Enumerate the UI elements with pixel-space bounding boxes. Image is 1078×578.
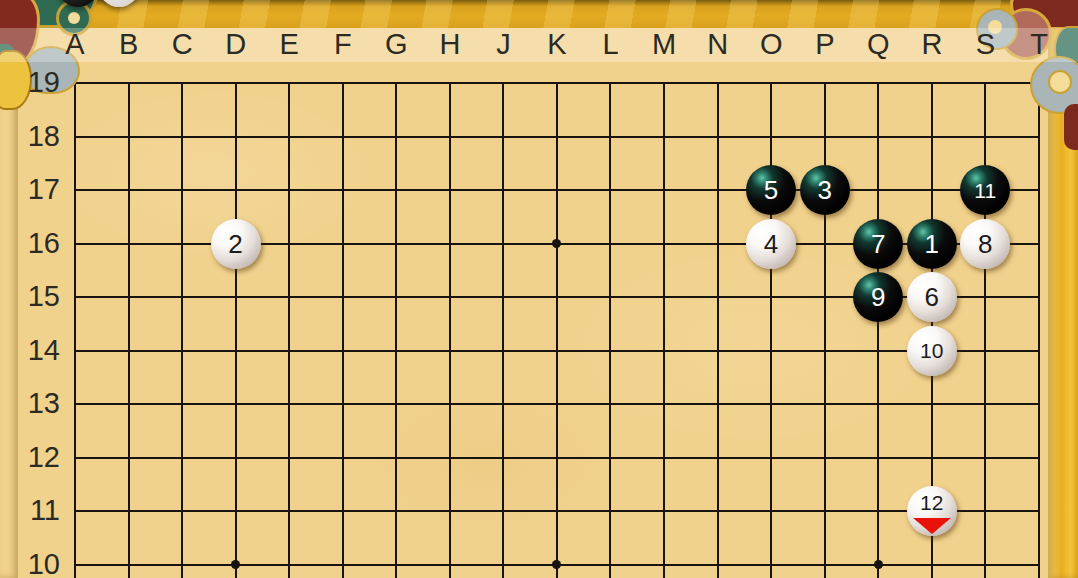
intersection-G16[interactable] — [369, 217, 423, 271]
intersection-Q17[interactable] — [851, 163, 905, 217]
intersection-Q16[interactable]: 7 — [851, 217, 905, 271]
intersection-B10[interactable] — [102, 538, 156, 578]
row-label-13: 13 — [18, 389, 60, 418]
intersection-C19[interactable] — [155, 56, 209, 110]
intersection-R14[interactable]: 10 — [905, 324, 959, 378]
move-number: 9 — [871, 284, 885, 310]
intersection-B15[interactable] — [102, 270, 156, 324]
intersection-J10[interactable] — [477, 538, 531, 578]
intersection-Q15[interactable]: 9 — [851, 270, 905, 324]
intersection-D13[interactable] — [209, 377, 263, 431]
intersection-L18[interactable] — [584, 110, 638, 164]
stone-move-11-S17[interactable]: 11 — [960, 165, 1010, 215]
row-label-18: 18 — [18, 122, 60, 151]
top-border-strip — [0, 0, 1078, 28]
intersection-D14[interactable] — [209, 324, 263, 378]
intersection-D18[interactable] — [209, 110, 263, 164]
intersection-J11[interactable] — [477, 485, 531, 539]
intersection-Q14[interactable] — [851, 324, 905, 378]
intersection-L13[interactable] — [584, 377, 638, 431]
intersection-O12[interactable] — [744, 431, 798, 485]
intersection-C10[interactable] — [155, 538, 209, 578]
intersection-E10[interactable] — [262, 538, 316, 578]
intersection-P10[interactable] — [798, 538, 852, 578]
intersection-D10[interactable] — [209, 538, 263, 578]
move-number: 8 — [978, 231, 992, 257]
intersection-R19[interactable] — [905, 56, 959, 110]
intersection-T19[interactable] — [1012, 56, 1066, 110]
row-label-12: 12 — [18, 443, 60, 472]
col-label-H: H — [430, 30, 470, 59]
intersection-P14[interactable] — [798, 324, 852, 378]
intersection-D11[interactable] — [209, 485, 263, 539]
intersection-G18[interactable] — [369, 110, 423, 164]
intersection-L15[interactable] — [584, 270, 638, 324]
intersection-B19[interactable] — [102, 56, 156, 110]
intersection-K15[interactable] — [530, 270, 584, 324]
move-number: 10 — [920, 340, 943, 361]
stone-move-12-R11[interactable]: 12 — [907, 486, 957, 536]
stone-move-6-R15[interactable]: 6 — [907, 272, 957, 322]
intersection-M14[interactable] — [637, 324, 691, 378]
intersection-J12[interactable] — [477, 431, 531, 485]
intersection-C12[interactable] — [155, 431, 209, 485]
move-number: 11 — [974, 180, 996, 201]
col-label-A: A — [55, 30, 95, 59]
intersection-F14[interactable] — [316, 324, 370, 378]
intersection-E19[interactable] — [262, 56, 316, 110]
intersection-M11[interactable] — [637, 485, 691, 539]
stone-move-4-O16[interactable]: 4 — [746, 219, 796, 269]
col-label-L: L — [591, 30, 631, 59]
intersection-P16[interactable] — [798, 217, 852, 271]
intersection-C14[interactable] — [155, 324, 209, 378]
intersection-M15[interactable] — [637, 270, 691, 324]
stone-move-8-S16[interactable]: 8 — [960, 219, 1010, 269]
intersection-D17[interactable] — [209, 163, 263, 217]
intersection-F16[interactable] — [316, 217, 370, 271]
intersection-G19[interactable] — [369, 56, 423, 110]
intersection-Q10[interactable] — [851, 538, 905, 578]
intersection-G11[interactable] — [369, 485, 423, 539]
intersection-E18[interactable] — [262, 110, 316, 164]
intersection-R12[interactable] — [905, 431, 959, 485]
col-label-C: C — [162, 30, 202, 59]
intersection-O11[interactable] — [744, 485, 798, 539]
intersection-T14[interactable] — [1012, 324, 1066, 378]
intersection-S18[interactable] — [958, 110, 1012, 164]
row-label-10: 10 — [18, 550, 60, 578]
intersection-H10[interactable] — [423, 538, 477, 578]
intersection-P13[interactable] — [798, 377, 852, 431]
intersection-J18[interactable] — [477, 110, 531, 164]
intersection-T18[interactable] — [1012, 110, 1066, 164]
intersection-S19[interactable] — [958, 56, 1012, 110]
intersection-B16[interactable] — [102, 217, 156, 271]
intersection-N12[interactable] — [691, 431, 745, 485]
intersection-B12[interactable] — [102, 431, 156, 485]
move-number: 7 — [871, 231, 885, 257]
intersection-R15[interactable]: 6 — [905, 270, 959, 324]
intersection-B11[interactable] — [102, 485, 156, 539]
intersection-J17[interactable] — [477, 163, 531, 217]
intersection-E17[interactable] — [262, 163, 316, 217]
intersection-O15[interactable] — [744, 270, 798, 324]
intersection-E13[interactable] — [262, 377, 316, 431]
left-border-strip — [0, 0, 18, 578]
intersection-Q19[interactable] — [851, 56, 905, 110]
star-point-K10 — [552, 560, 561, 569]
intersection-K11[interactable] — [530, 485, 584, 539]
intersection-S11[interactable] — [958, 485, 1012, 539]
intersection-D16[interactable]: 2 — [209, 217, 263, 271]
intersection-L19[interactable] — [584, 56, 638, 110]
move-number: 1 — [924, 231, 938, 257]
intersection-K16[interactable] — [530, 217, 584, 271]
intersection-R16[interactable]: 1 — [905, 217, 959, 271]
intersection-C16[interactable] — [155, 217, 209, 271]
intersection-L17[interactable] — [584, 163, 638, 217]
move-number: 12 — [920, 492, 943, 513]
intersection-Q11[interactable] — [851, 485, 905, 539]
intersection-M10[interactable] — [637, 538, 691, 578]
intersection-O19[interactable] — [744, 56, 798, 110]
row-label-14: 14 — [18, 336, 60, 365]
intersection-S10[interactable] — [958, 538, 1012, 578]
col-label-P: P — [805, 30, 845, 59]
stone-move-10-R14[interactable]: 10 — [907, 326, 957, 376]
intersection-H15[interactable] — [423, 270, 477, 324]
row-label-11: 11 — [18, 496, 60, 525]
intersection-M16[interactable] — [637, 217, 691, 271]
intersection-N13[interactable] — [691, 377, 745, 431]
intersection-J13[interactable] — [477, 377, 531, 431]
intersection-N19[interactable] — [691, 56, 745, 110]
row-label-17: 17 — [18, 175, 60, 204]
intersection-G13[interactable] — [369, 377, 423, 431]
intersection-D19[interactable] — [209, 56, 263, 110]
intersection-F18[interactable] — [316, 110, 370, 164]
stone-move-3-P17[interactable]: 3 — [800, 165, 850, 215]
intersection-H19[interactable] — [423, 56, 477, 110]
intersection-G12[interactable] — [369, 431, 423, 485]
intersection-K13[interactable] — [530, 377, 584, 431]
intersection-J14[interactable] — [477, 324, 531, 378]
go-board-screen: ABCDEFGHJKLMNOPQRST 19181716151413121110… — [0, 0, 1078, 578]
intersection-P19[interactable] — [798, 56, 852, 110]
intersection-F10[interactable] — [316, 538, 370, 578]
row-label-16: 16 — [18, 229, 60, 258]
intersection-S16[interactable]: 8 — [958, 217, 1012, 271]
intersection-T12[interactable] — [1012, 431, 1066, 485]
intersection-O14[interactable] — [744, 324, 798, 378]
intersection-N14[interactable] — [691, 324, 745, 378]
stone-move-2-D16[interactable]: 2 — [211, 219, 261, 269]
intersection-P11[interactable] — [798, 485, 852, 539]
intersection-T15[interactable] — [1012, 270, 1066, 324]
intersection-E16[interactable] — [262, 217, 316, 271]
intersection-N10[interactable] — [691, 538, 745, 578]
intersection-C13[interactable] — [155, 377, 209, 431]
intersection-D15[interactable] — [209, 270, 263, 324]
intersection-N15[interactable] — [691, 270, 745, 324]
intersection-K18[interactable] — [530, 110, 584, 164]
intersection-R11[interactable]: 12 — [905, 485, 959, 539]
intersection-S14[interactable] — [958, 324, 1012, 378]
intersection-E12[interactable] — [262, 431, 316, 485]
intersection-H13[interactable] — [423, 377, 477, 431]
col-label-S: S — [966, 30, 1006, 59]
intersection-L12[interactable] — [584, 431, 638, 485]
intersection-T13[interactable] — [1012, 377, 1066, 431]
col-label-J: J — [483, 30, 523, 59]
intersection-T10[interactable] — [1012, 538, 1066, 578]
last-move-triangle-marker — [913, 518, 951, 534]
intersection-L14[interactable] — [584, 324, 638, 378]
intersection-F17[interactable] — [316, 163, 370, 217]
move-number: 5 — [764, 177, 778, 203]
intersection-E14[interactable] — [262, 324, 316, 378]
intersection-C11[interactable] — [155, 485, 209, 539]
intersection-L10[interactable] — [584, 538, 638, 578]
intersection-K19[interactable] — [530, 56, 584, 110]
intersection-H18[interactable] — [423, 110, 477, 164]
intersection-B14[interactable] — [102, 324, 156, 378]
go-grid: 531124718961012 — [48, 56, 1065, 578]
intersection-F13[interactable] — [316, 377, 370, 431]
intersection-B18[interactable] — [102, 110, 156, 164]
intersection-C17[interactable] — [155, 163, 209, 217]
intersection-R10[interactable] — [905, 538, 959, 578]
move-number: 3 — [817, 177, 831, 203]
intersection-N17[interactable] — [691, 163, 745, 217]
intersection-O10[interactable] — [744, 538, 798, 578]
stone-move-1-R16[interactable]: 1 — [907, 219, 957, 269]
intersection-T17[interactable] — [1012, 163, 1066, 217]
intersection-P18[interactable] — [798, 110, 852, 164]
intersection-K12[interactable] — [530, 431, 584, 485]
intersection-J16[interactable] — [477, 217, 531, 271]
col-label-G: G — [376, 30, 416, 59]
move-number: 2 — [228, 231, 242, 257]
col-label-E: E — [269, 30, 309, 59]
intersection-P15[interactable] — [798, 270, 852, 324]
star-point-Q10 — [874, 560, 883, 569]
intersection-G15[interactable] — [369, 270, 423, 324]
intersection-M17[interactable] — [637, 163, 691, 217]
col-label-D: D — [216, 30, 256, 59]
col-label-T: T — [1019, 30, 1059, 59]
col-label-F: F — [323, 30, 363, 59]
intersection-H14[interactable] — [423, 324, 477, 378]
intersection-J15[interactable] — [477, 270, 531, 324]
move-number: 6 — [924, 284, 938, 310]
intersection-O13[interactable] — [744, 377, 798, 431]
intersection-H17[interactable] — [423, 163, 477, 217]
intersection-E15[interactable] — [262, 270, 316, 324]
col-label-B: B — [109, 30, 149, 59]
intersection-K17[interactable] — [530, 163, 584, 217]
move-number: 4 — [764, 231, 778, 257]
intersection-G10[interactable] — [369, 538, 423, 578]
intersection-O17[interactable]: 5 — [744, 163, 798, 217]
col-label-K: K — [537, 30, 577, 59]
intersection-P17[interactable]: 3 — [798, 163, 852, 217]
intersection-N16[interactable] — [691, 217, 745, 271]
intersection-L11[interactable] — [584, 485, 638, 539]
intersection-M18[interactable] — [637, 110, 691, 164]
intersection-Q13[interactable] — [851, 377, 905, 431]
intersection-B17[interactable] — [102, 163, 156, 217]
intersection-D12[interactable] — [209, 431, 263, 485]
intersection-O18[interactable] — [744, 110, 798, 164]
intersection-O16[interactable]: 4 — [744, 217, 798, 271]
intersection-H11[interactable] — [423, 485, 477, 539]
intersection-M19[interactable] — [637, 56, 691, 110]
intersection-S13[interactable] — [958, 377, 1012, 431]
intersection-K10[interactable] — [530, 538, 584, 578]
intersection-B13[interactable] — [102, 377, 156, 431]
intersection-N11[interactable] — [691, 485, 745, 539]
intersection-N18[interactable] — [691, 110, 745, 164]
intersection-F15[interactable] — [316, 270, 370, 324]
intersection-Q18[interactable] — [851, 110, 905, 164]
intersection-S12[interactable] — [958, 431, 1012, 485]
intersection-H16[interactable] — [423, 217, 477, 271]
stone-move-5-O17[interactable]: 5 — [746, 165, 796, 215]
intersection-S15[interactable] — [958, 270, 1012, 324]
intersection-P12[interactable] — [798, 431, 852, 485]
intersection-S17[interactable]: 11 — [958, 163, 1012, 217]
intersection-R13[interactable] — [905, 377, 959, 431]
col-label-N: N — [698, 30, 738, 59]
row-label-19: 19 — [18, 68, 60, 97]
intersection-H12[interactable] — [423, 431, 477, 485]
intersection-T11[interactable] — [1012, 485, 1066, 539]
col-label-O: O — [751, 30, 791, 59]
star-point-D10 — [231, 560, 240, 569]
intersection-R17[interactable] — [905, 163, 959, 217]
intersection-L16[interactable] — [584, 217, 638, 271]
intersection-M12[interactable] — [637, 431, 691, 485]
intersection-M13[interactable] — [637, 377, 691, 431]
intersection-F12[interactable] — [316, 431, 370, 485]
col-label-R: R — [912, 30, 952, 59]
intersection-G17[interactable] — [369, 163, 423, 217]
intersection-F19[interactable] — [316, 56, 370, 110]
col-label-M: M — [644, 30, 684, 59]
stone-move-7-Q16[interactable]: 7 — [853, 219, 903, 269]
intersection-C18[interactable] — [155, 110, 209, 164]
intersection-F11[interactable] — [316, 485, 370, 539]
col-label-Q: Q — [858, 30, 898, 59]
star-point-K16 — [552, 239, 561, 248]
stone-move-9-Q15[interactable]: 9 — [853, 272, 903, 322]
intersection-C15[interactable] — [155, 270, 209, 324]
intersection-K14[interactable] — [530, 324, 584, 378]
intersection-E11[interactable] — [262, 485, 316, 539]
intersection-Q12[interactable] — [851, 431, 905, 485]
intersection-G14[interactable] — [369, 324, 423, 378]
row-label-15: 15 — [18, 282, 60, 311]
intersection-R18[interactable] — [905, 110, 959, 164]
intersection-J19[interactable] — [477, 56, 531, 110]
intersection-T16[interactable] — [1012, 217, 1066, 271]
